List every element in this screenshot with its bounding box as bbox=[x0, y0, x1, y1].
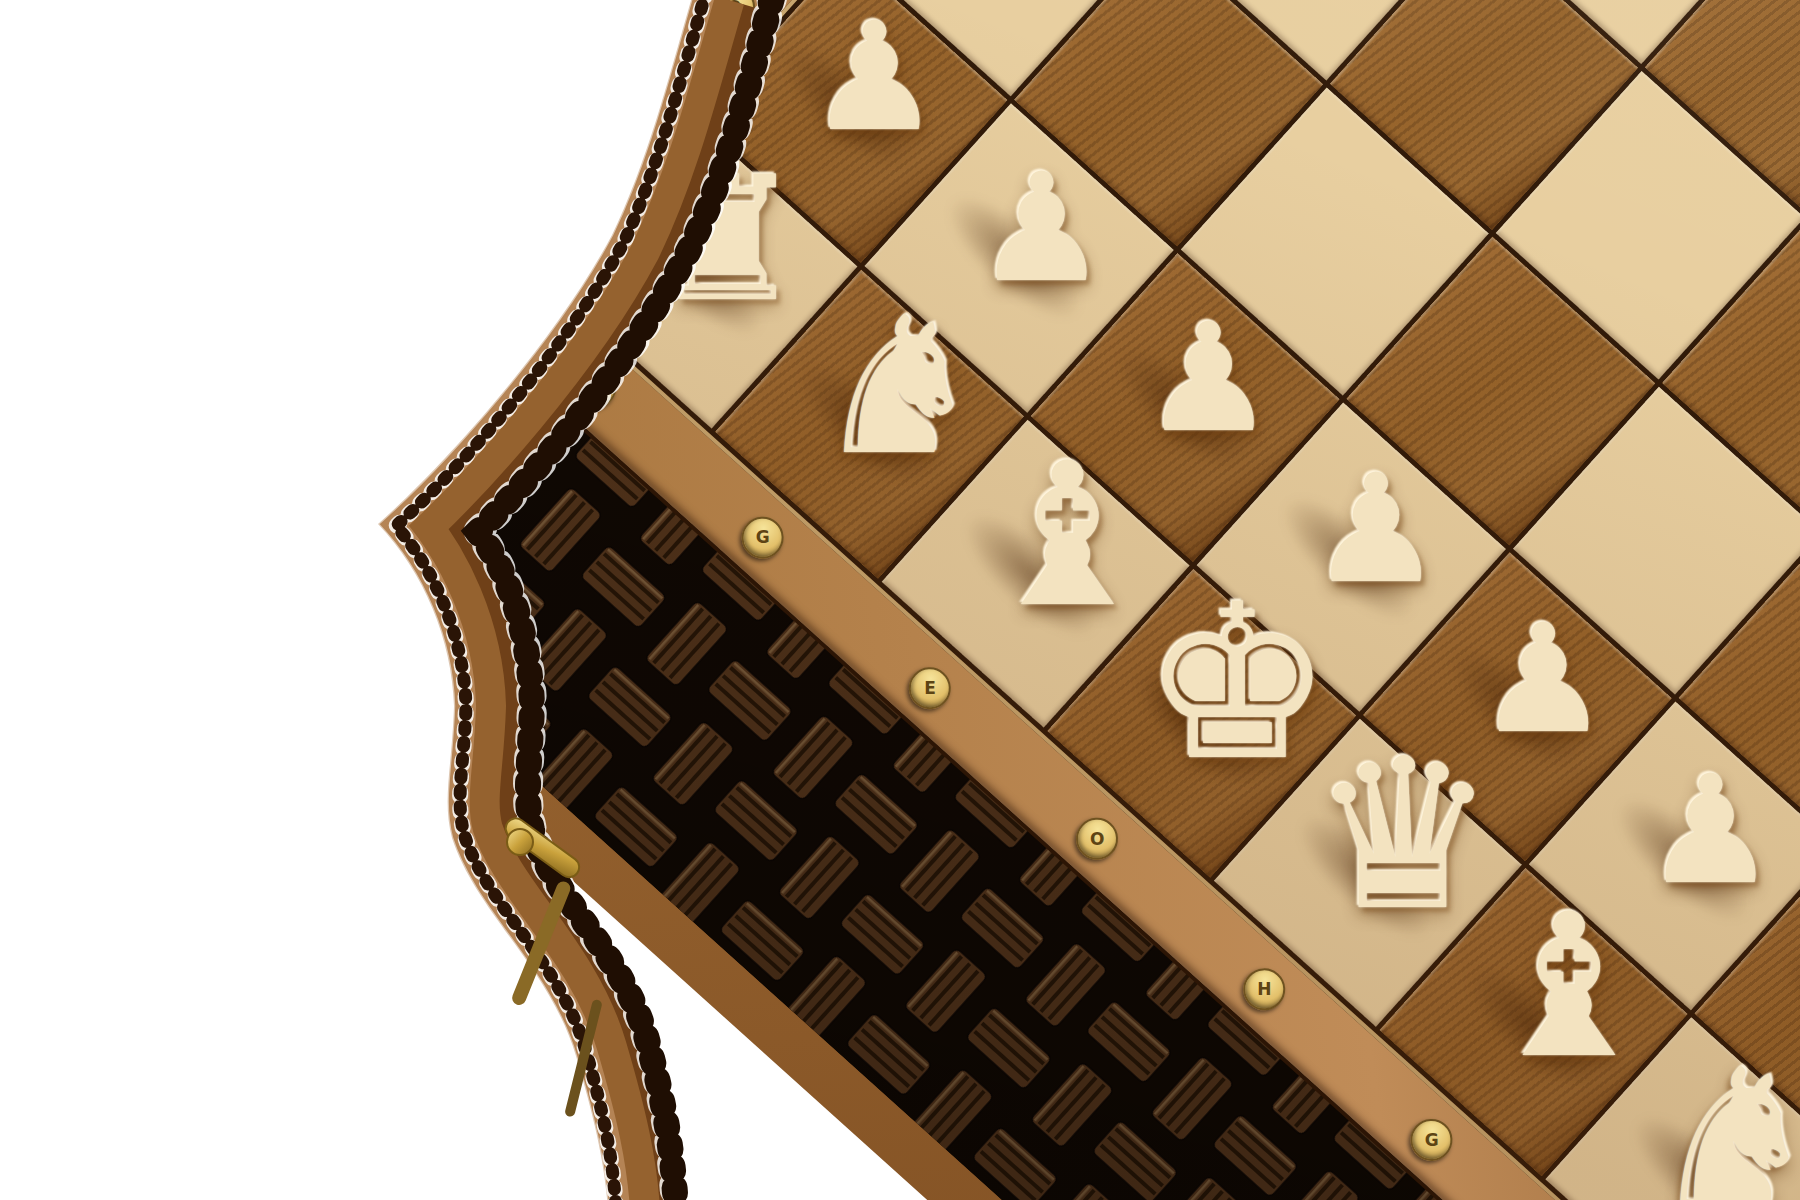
white-knight-glyph: ♞ bbox=[1649, 1044, 1800, 1200]
white-king-glyph: ♚ bbox=[1141, 575, 1333, 789]
chess-board-photo: HGEOHGEOGEOHGEOH ♜♞♝♛♚♝♞♜♟♟♟♟♟♟♟♟♟♟♟♟♟♟♟… bbox=[0, 0, 1800, 1200]
screw-letter: G bbox=[1424, 1129, 1438, 1149]
white-pawn-glyph: ♟ bbox=[807, 2, 941, 152]
white-pawn-glyph: ♟ bbox=[1643, 754, 1777, 904]
white-pawn-glyph: ♟ bbox=[974, 152, 1108, 302]
white-knight-glyph: ♞ bbox=[813, 291, 983, 481]
white-queen-glyph: ♛ bbox=[1310, 730, 1496, 938]
white-bishop-glyph: ♝ bbox=[978, 436, 1156, 634]
screw-letter: H bbox=[577, 164, 591, 184]
screw-letter: O bbox=[727, 0, 741, 17]
screw-letter: E bbox=[924, 678, 936, 698]
screw-letter: O bbox=[1090, 828, 1104, 848]
white-rook-glyph: ♜ bbox=[651, 153, 805, 325]
chess-board: HGEOHGEOGEOHGEOH ♜♞♝♛♚♝♞♜♟♟♟♟♟♟♟♟♟♟♟♟♟♟♟… bbox=[0, 0, 1800, 1200]
screw-letter: H bbox=[1257, 979, 1271, 999]
screw-letter: H bbox=[588, 377, 602, 397]
white-pawn-glyph: ♟ bbox=[1142, 303, 1276, 453]
screw-letter: G bbox=[755, 527, 769, 547]
white-bishop-glyph: ♝ bbox=[1480, 888, 1658, 1086]
